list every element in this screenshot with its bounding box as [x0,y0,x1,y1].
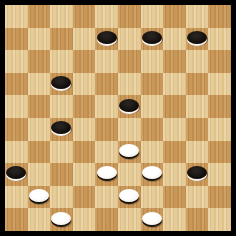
dark-square[interactable] [186,118,209,141]
light-square [163,118,186,141]
dark-square[interactable] [73,5,96,28]
dark-square[interactable] [95,118,118,141]
light-square [163,208,186,231]
dark-square[interactable] [141,208,164,231]
dark-square[interactable] [186,28,209,51]
dark-square[interactable] [118,95,141,118]
light-square [28,118,51,141]
dark-square[interactable] [50,163,73,186]
light-square [163,163,186,186]
light-square [73,73,96,96]
light-square [118,163,141,186]
light-square [141,95,164,118]
dark-square[interactable] [5,208,28,231]
black-man-piece[interactable] [6,166,26,179]
dark-square[interactable] [28,141,51,164]
light-square [28,73,51,96]
light-square [5,5,28,28]
white-man-piece[interactable] [119,144,139,157]
dark-square[interactable] [28,95,51,118]
light-square [186,186,209,209]
black-man-piece[interactable] [97,31,117,44]
dark-square[interactable] [186,73,209,96]
dark-square[interactable] [5,118,28,141]
black-man-piece[interactable] [142,31,162,44]
dark-square[interactable] [141,73,164,96]
dark-square[interactable] [50,73,73,96]
light-square [50,50,73,73]
black-man-piece[interactable] [51,76,71,89]
dark-square[interactable] [95,163,118,186]
dark-square[interactable] [118,50,141,73]
light-square [141,186,164,209]
light-square [208,73,231,96]
dark-square[interactable] [208,141,231,164]
dark-square[interactable] [208,186,231,209]
light-square [50,186,73,209]
dark-square[interactable] [186,208,209,231]
light-square [5,186,28,209]
white-man-piece[interactable] [51,212,71,225]
light-square [28,163,51,186]
white-man-piece[interactable] [119,189,139,202]
dark-square[interactable] [208,50,231,73]
light-square [118,118,141,141]
dark-square[interactable] [163,50,186,73]
light-square [73,28,96,51]
light-square [50,95,73,118]
light-square [118,208,141,231]
dark-square[interactable] [95,208,118,231]
white-man-piece[interactable] [142,166,162,179]
dark-square[interactable] [50,28,73,51]
light-square [141,141,164,164]
light-square [208,28,231,51]
light-square [163,28,186,51]
dark-square[interactable] [163,95,186,118]
white-man-piece[interactable] [97,166,117,179]
dark-square[interactable] [73,95,96,118]
light-square [5,95,28,118]
light-square [208,118,231,141]
dark-square[interactable] [118,5,141,28]
dark-square[interactable] [118,186,141,209]
dark-square[interactable] [73,186,96,209]
dark-square[interactable] [28,186,51,209]
light-square [141,5,164,28]
dark-square[interactable] [5,28,28,51]
light-square [186,95,209,118]
light-square [95,95,118,118]
dark-square[interactable] [95,28,118,51]
dark-square[interactable] [141,163,164,186]
dark-square[interactable] [28,50,51,73]
dark-square[interactable] [28,5,51,28]
draughts-board [5,5,231,231]
light-square [208,208,231,231]
black-man-piece[interactable] [187,166,207,179]
light-square [73,118,96,141]
dark-square[interactable] [5,163,28,186]
dark-square[interactable] [208,5,231,28]
light-square [95,141,118,164]
dark-square[interactable] [141,118,164,141]
dark-square[interactable] [73,50,96,73]
dark-square[interactable] [50,118,73,141]
light-square [28,208,51,231]
dark-square[interactable] [5,73,28,96]
dark-square[interactable] [163,186,186,209]
light-square [5,141,28,164]
light-square [163,73,186,96]
dark-square[interactable] [118,141,141,164]
white-man-piece[interactable] [29,189,49,202]
light-square [186,50,209,73]
light-square [141,50,164,73]
light-square [28,28,51,51]
dark-square[interactable] [186,163,209,186]
black-man-piece[interactable] [187,31,207,44]
white-man-piece[interactable] [142,212,162,225]
light-square [118,28,141,51]
dark-square[interactable] [208,95,231,118]
light-square [5,50,28,73]
light-square [95,186,118,209]
light-square [186,5,209,28]
dark-square[interactable] [95,73,118,96]
light-square [95,50,118,73]
dark-square[interactable] [73,141,96,164]
dark-square[interactable] [50,208,73,231]
black-man-piece[interactable] [119,99,139,112]
board-frame [0,0,236,236]
light-square [186,141,209,164]
black-man-piece[interactable] [51,121,71,134]
light-square [208,163,231,186]
light-square [73,208,96,231]
dark-square[interactable] [141,28,164,51]
dark-square[interactable] [163,141,186,164]
light-square [50,141,73,164]
light-square [118,73,141,96]
light-square [73,163,96,186]
dark-square[interactable] [163,5,186,28]
light-square [50,5,73,28]
light-square [95,5,118,28]
